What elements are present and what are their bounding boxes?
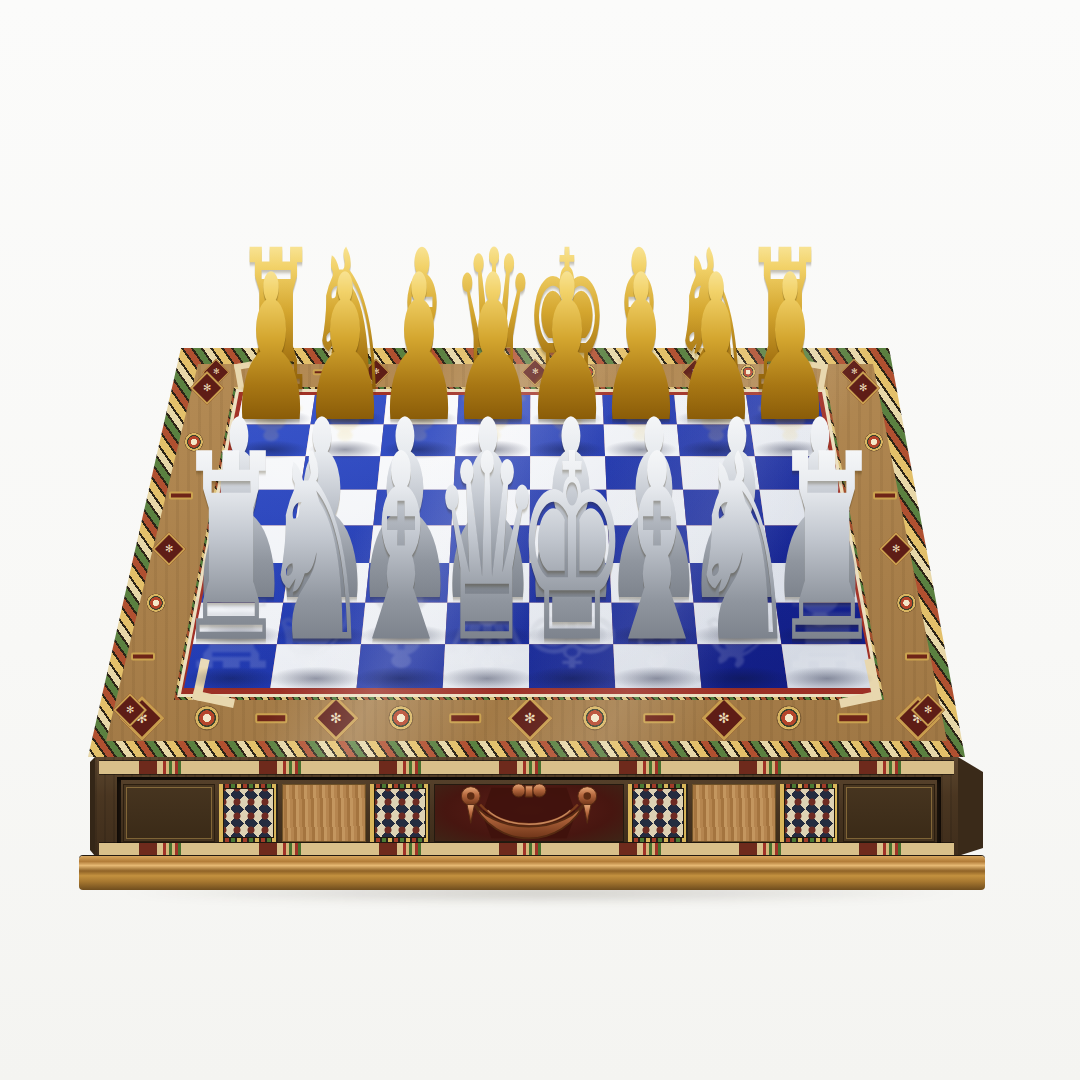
diamond-motif: ✻ [702,696,747,741]
rosette-motif [776,705,801,730]
inlay-stripe-bottom [99,843,954,856]
bar-motif [644,713,676,723]
diamond-motif: ✻ [879,532,913,566]
piece-glyph: ♜ [772,421,883,679]
bar-motif [450,713,482,723]
diamond-motif: ✻ [896,696,941,741]
rosette-motif [582,705,607,730]
diamond-motif: ✻ [120,696,165,741]
diamond-motif: ✻ [911,693,945,727]
drawer-mosaic-panel [628,784,688,842]
bar-motif [131,653,155,660]
pieces-layer: ♜♜♞♞♝♝♛♛♚♚♝♝♞♞♜♜♟♟♟♟♟♟♟♟♟♟♟♟♟♟♟♟♟♟♟♟♟♟♟♟… [0,0,1080,1080]
base-molding [79,856,985,890]
drawer-front[interactable] [121,780,937,846]
drawer-oak-panel [282,784,366,842]
drawer-wood-panel [123,784,215,842]
rosette-motif [146,593,165,612]
drawer-handle-icon[interactable] [434,782,624,844]
drawer-handle-plate [434,784,625,842]
diamond-motif: ✻ [508,696,553,741]
drawer-mosaic-panel [780,784,840,842]
bar-motif [256,713,288,723]
bar-motif [905,653,929,660]
chess-set-photo: Standard chess starting position; no mov… [0,0,1080,1080]
diamond-motif: ✻ [113,693,147,727]
drawer-mosaic-panel [219,784,279,842]
drawer-oak-panel [692,784,776,842]
bar-motif [838,713,870,723]
diamond-motif: ✻ [314,696,359,741]
drawer-mosaic-panel [370,784,430,842]
rosette-motif [897,593,916,612]
rosette-motif [388,705,413,730]
inlay-stripe-top [99,761,954,774]
drawer-wood-panel [843,784,935,842]
rosette-motif [194,705,219,730]
